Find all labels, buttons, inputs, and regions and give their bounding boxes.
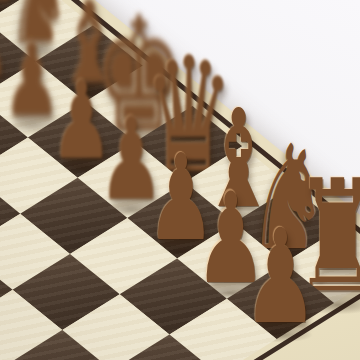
board-squares: ♜♞♝♚♛♝♞♜♟♟♟♟♟♟♟♟ bbox=[0, 0, 360, 360]
chessboard: ♜♞♝♚♛♝♞♜♟♟♟♟♟♟♟♟ bbox=[0, 0, 360, 360]
board-border: ♜♞♝♚♛♝♞♜♟♟♟♟♟♟♟♟ bbox=[0, 0, 360, 360]
photo-scene: ♜♞♝♚♛♝♞♜♟♟♟♟♟♟♟♟ bbox=[0, 0, 360, 360]
